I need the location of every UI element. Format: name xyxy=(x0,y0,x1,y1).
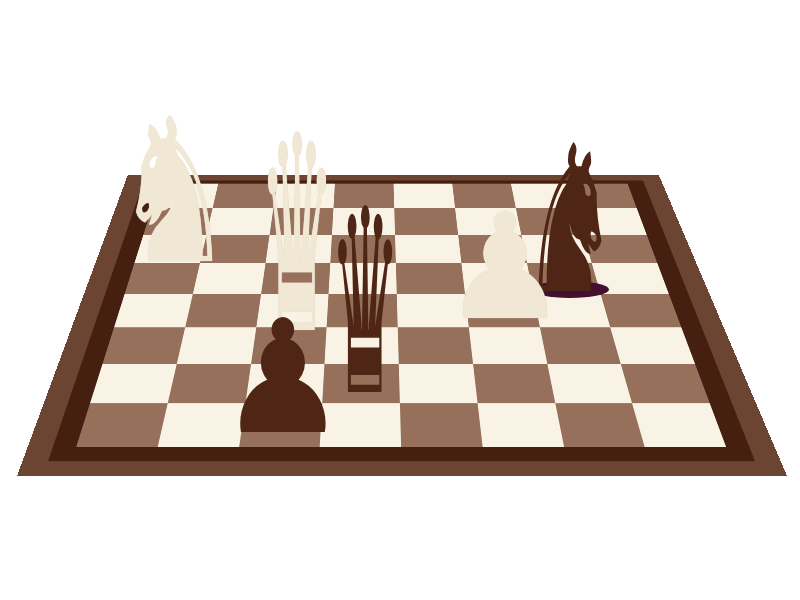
square-b8 xyxy=(212,184,276,209)
square-g7 xyxy=(515,208,583,234)
square-c7 xyxy=(269,208,333,234)
square-d7 xyxy=(332,208,395,234)
square-f3 xyxy=(469,327,547,363)
square-g8 xyxy=(511,184,577,209)
square-f5 xyxy=(461,263,533,294)
square-b7 xyxy=(206,208,273,234)
square-h7 xyxy=(576,208,647,234)
square-c5 xyxy=(261,263,331,294)
square-h2 xyxy=(621,364,710,404)
square-b3 xyxy=(177,327,256,363)
square-e6 xyxy=(395,235,461,263)
square-e3 xyxy=(398,327,473,363)
square-a7 xyxy=(143,208,212,234)
square-d4 xyxy=(327,294,398,327)
square-e2 xyxy=(399,364,478,404)
square-c3 xyxy=(251,327,327,363)
square-h5 xyxy=(592,263,669,294)
square-b5 xyxy=(193,263,265,294)
square-g6 xyxy=(521,235,592,263)
square-a3 xyxy=(103,327,185,363)
square-g2 xyxy=(547,364,632,404)
square-d1 xyxy=(320,403,401,447)
square-d2 xyxy=(322,364,399,404)
square-e1 xyxy=(400,403,483,447)
square-d6 xyxy=(330,235,395,263)
square-h6 xyxy=(584,235,658,263)
illustration-canvas: ♞ ♛ ♞ ♟ ♛ ♟ xyxy=(0,0,800,600)
square-a6 xyxy=(134,235,206,263)
square-a5 xyxy=(125,263,200,294)
square-f7 xyxy=(455,208,521,234)
square-b6 xyxy=(200,235,269,263)
square-c4 xyxy=(256,294,329,327)
square-d3 xyxy=(325,327,399,363)
square-c1 xyxy=(239,403,323,447)
square-f2 xyxy=(473,364,555,404)
square-e8 xyxy=(394,184,455,209)
square-b2 xyxy=(167,364,250,404)
square-h3 xyxy=(610,327,695,363)
square-h8 xyxy=(569,184,637,209)
chessboard-squares xyxy=(76,184,726,448)
square-b1 xyxy=(157,403,245,447)
square-g3 xyxy=(540,327,621,363)
square-e4 xyxy=(397,294,469,327)
square-c2 xyxy=(245,364,325,404)
chessboard-frame-inner xyxy=(48,180,755,461)
square-a2 xyxy=(90,364,177,404)
square-f4 xyxy=(465,294,540,327)
square-e7 xyxy=(394,208,458,234)
square-a1 xyxy=(76,403,167,447)
square-h1 xyxy=(632,403,726,447)
square-c6 xyxy=(265,235,332,263)
square-g5 xyxy=(527,263,601,294)
square-d5 xyxy=(329,263,397,294)
square-h4 xyxy=(601,294,682,327)
square-e5 xyxy=(396,263,465,294)
square-f8 xyxy=(452,184,515,209)
square-b4 xyxy=(185,294,261,327)
board-scene xyxy=(17,175,787,476)
square-a8 xyxy=(152,184,218,209)
square-g1 xyxy=(555,403,645,447)
chessboard-frame-outer xyxy=(17,175,787,476)
square-a4 xyxy=(114,294,193,327)
square-f1 xyxy=(477,403,563,447)
square-f6 xyxy=(458,235,527,263)
square-d8 xyxy=(334,184,395,209)
square-g4 xyxy=(533,294,611,327)
square-c8 xyxy=(273,184,335,209)
